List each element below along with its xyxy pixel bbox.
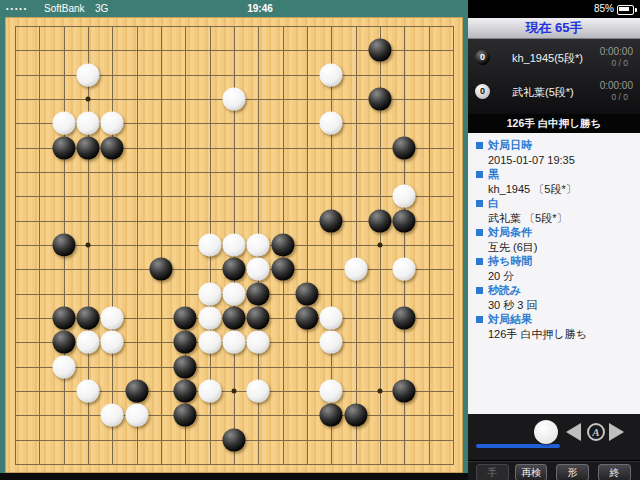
bullet-icon — [476, 200, 483, 207]
stone-black[interactable] — [271, 234, 294, 257]
stone-white[interactable] — [77, 63, 100, 86]
stone-white[interactable] — [247, 234, 270, 257]
info-value-main-time: 20 分 — [468, 269, 640, 284]
info-value-byoyomi: 30 秒 3 回 — [468, 298, 640, 313]
stone-white[interactable] — [77, 331, 100, 354]
stone-black[interactable] — [369, 209, 392, 232]
previous-move-icon[interactable] — [566, 423, 581, 441]
stone-white[interactable] — [198, 234, 221, 257]
white-player-time: 0:00:00 — [600, 80, 633, 91]
stone-black[interactable] — [393, 307, 416, 330]
stone-black[interactable] — [223, 428, 246, 451]
player-row-white: 0 武礼葉(5段*) 0:00:00 0 / 0 — [468, 79, 640, 113]
stone-black[interactable] — [296, 307, 319, 330]
stone-black[interactable] — [223, 307, 246, 330]
white-player-periods: 0 / 0 — [611, 92, 628, 102]
info-label-byoyomi: 秒読み — [468, 283, 640, 298]
stone-white[interactable] — [320, 380, 343, 403]
game-info-list: 対局日時 2015-01-07 19:35 黒 kh_1945 〔5段*〕 白 … — [468, 133, 640, 414]
stone-white[interactable] — [77, 380, 100, 403]
info-pane: 85% 現在 65手 0 kh_1945(5段*) 0:00:00 0 / 0 … — [468, 0, 640, 480]
stone-white[interactable] — [77, 112, 100, 135]
grid-line — [15, 415, 454, 416]
stone-white[interactable] — [125, 404, 148, 427]
stone-black[interactable] — [320, 209, 343, 232]
stone-white[interactable] — [393, 258, 416, 281]
grid-line — [307, 26, 308, 465]
stone-black[interactable] — [271, 258, 294, 281]
carrier-label: SoftBank — [44, 0, 85, 18]
game-result-bar: 126手 白中押し勝ち — [468, 114, 640, 133]
stone-black[interactable] — [320, 404, 343, 427]
stone-white[interactable] — [101, 404, 124, 427]
stone-white[interactable] — [320, 307, 343, 330]
stone-black[interactable] — [150, 258, 173, 281]
stone-black[interactable] — [393, 209, 416, 232]
stone-white[interactable] — [344, 258, 367, 281]
stone-white[interactable] — [52, 112, 75, 135]
info-label-date: 対局日時 — [468, 138, 640, 153]
star-point — [232, 389, 237, 394]
board-pane: ••••• SoftBank 3G 19:46 — [0, 0, 468, 480]
go-board-grid[interactable] — [15, 26, 453, 464]
grid-line — [429, 26, 430, 465]
info-label-main-time: 持ち時間 — [468, 254, 640, 269]
status-bar-left: ••••• SoftBank 3G 19:46 — [0, 0, 468, 18]
stone-white[interactable] — [247, 258, 270, 281]
autoplay-icon[interactable]: A — [587, 423, 605, 441]
grid-line — [15, 464, 454, 465]
bullet-icon — [476, 287, 483, 294]
move-slider-knob[interactable] — [534, 420, 558, 444]
status-clock: 19:46 — [188, 0, 332, 18]
stone-white[interactable] — [101, 307, 124, 330]
board-bottom-strip — [0, 473, 468, 480]
black-player-time: 0:00:00 — [600, 46, 633, 57]
stone-black[interactable] — [101, 136, 124, 159]
network-type-label: 3G — [95, 0, 108, 18]
stone-black[interactable] — [174, 380, 197, 403]
stone-white[interactable] — [101, 331, 124, 354]
star-point — [86, 97, 91, 102]
stone-black[interactable] — [174, 404, 197, 427]
stone-white[interactable] — [198, 380, 221, 403]
stone-black[interactable] — [52, 331, 75, 354]
battery-percent-label: 85% — [594, 0, 614, 18]
stone-black[interactable] — [125, 380, 148, 403]
info-value-result: 126手 白中押し勝ち — [468, 327, 640, 342]
app-screen: ••••• SoftBank 3G 19:46 85% 現在 65手 0 kh_… — [0, 0, 640, 480]
stone-black[interactable] — [77, 307, 100, 330]
playback-controls: A 手順 再検討 形勢 終了 — [468, 414, 640, 480]
stone-black[interactable] — [52, 136, 75, 159]
star-point — [86, 243, 91, 248]
move-order-button[interactable]: 手順 — [476, 464, 509, 480]
stone-black[interactable] — [393, 136, 416, 159]
stone-black[interactable] — [247, 307, 270, 330]
goban — [5, 17, 463, 473]
grid-line — [453, 26, 454, 465]
stone-black[interactable] — [247, 282, 270, 305]
current-move-header: 現在 65手 — [468, 18, 640, 39]
stone-white[interactable] — [320, 63, 343, 86]
status-bar-right: 85% — [468, 0, 640, 18]
stone-black[interactable] — [344, 404, 367, 427]
stone-white[interactable] — [223, 88, 246, 111]
info-label-white: 白 — [468, 196, 640, 211]
white-player-name: 武礼葉(5段*) — [512, 85, 574, 100]
grid-line — [356, 26, 357, 465]
exit-button[interactable]: 終了 — [598, 464, 631, 480]
info-label-conditions: 対局条件 — [468, 225, 640, 240]
stone-white[interactable] — [101, 112, 124, 135]
black-stone-captures-icon: 0 — [475, 50, 490, 65]
stone-white[interactable] — [198, 307, 221, 330]
next-move-icon[interactable] — [609, 423, 624, 441]
stone-white[interactable] — [223, 234, 246, 257]
info-label-black: 黒 — [468, 167, 640, 182]
stone-black[interactable] — [77, 136, 100, 159]
stone-black[interactable] — [223, 258, 246, 281]
bullet-icon — [476, 258, 483, 265]
star-point — [378, 243, 383, 248]
player-row-black: 0 kh_1945(5段*) 0:00:00 0 / 0 — [468, 45, 640, 79]
stone-white[interactable] — [198, 282, 221, 305]
review-button[interactable]: 再検討 — [515, 464, 547, 480]
bullet-icon — [476, 142, 483, 149]
bullet-icon — [476, 171, 483, 178]
black-player-periods: 0 / 0 — [611, 58, 628, 68]
stone-black[interactable] — [369, 88, 392, 111]
info-value-conditions: 互先 (6目) — [468, 240, 640, 255]
stone-white[interactable] — [52, 355, 75, 378]
divider — [468, 460, 640, 462]
stone-black[interactable] — [369, 39, 392, 62]
info-value-white: 武礼葉 〔5段*〕 — [468, 211, 640, 226]
stone-black[interactable] — [393, 380, 416, 403]
star-point — [378, 389, 383, 394]
black-player-name: kh_1945(5段*) — [512, 51, 583, 66]
stone-black[interactable] — [174, 307, 197, 330]
stone-white[interactable] — [223, 282, 246, 305]
position-estimate-button[interactable]: 形勢 — [556, 464, 589, 480]
stone-white[interactable] — [393, 185, 416, 208]
stone-black[interactable] — [296, 282, 319, 305]
stone-black[interactable] — [174, 355, 197, 378]
info-value-date: 2015-01-07 19:35 — [468, 153, 640, 168]
stone-white[interactable] — [247, 380, 270, 403]
battery-icon — [617, 5, 634, 15]
stone-black[interactable] — [174, 331, 197, 354]
move-slider[interactable] — [476, 444, 560, 448]
white-stone-captures-icon: 0 — [475, 84, 490, 99]
stone-white[interactable] — [320, 331, 343, 354]
player-clocks: 0 kh_1945(5段*) 0:00:00 0 / 0 0 武礼葉(5段*) … — [468, 39, 640, 114]
stone-white[interactable] — [320, 112, 343, 135]
stone-white[interactable] — [223, 331, 246, 354]
info-label-result: 対局結果 — [468, 312, 640, 327]
grid-line — [15, 367, 454, 368]
stone-black[interactable] — [52, 307, 75, 330]
stone-black[interactable] — [52, 234, 75, 257]
info-value-black: kh_1945 〔5段*〕 — [468, 182, 640, 197]
stone-white[interactable] — [247, 331, 270, 354]
bullet-icon — [476, 229, 483, 236]
bullet-icon — [476, 316, 483, 323]
stone-white[interactable] — [198, 331, 221, 354]
signal-strength-icon: ••••• — [6, 0, 28, 18]
